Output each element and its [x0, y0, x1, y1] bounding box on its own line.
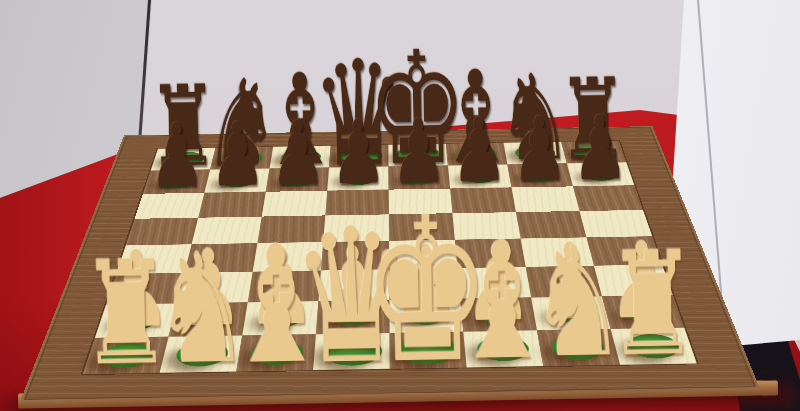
square-c6[interactable]	[262, 191, 327, 217]
square-c7[interactable]: ♟	[266, 168, 329, 192]
felt-pad	[161, 151, 205, 167]
piece-black-pawn[interactable]: ♟	[389, 107, 447, 196]
square-c4[interactable]	[253, 242, 323, 272]
square-f1[interactable]: ♝	[463, 330, 543, 367]
piece-black-bishop[interactable]: ♝	[258, 56, 341, 183]
square-g3[interactable]	[526, 266, 602, 298]
square-g5[interactable]	[516, 211, 587, 239]
square-b6[interactable]	[198, 192, 266, 218]
square-e8[interactable]: ♚	[388, 144, 448, 167]
piece-black-queen[interactable]: ♛	[311, 40, 407, 186]
square-g4[interactable]	[521, 237, 594, 267]
piece-white-bishop[interactable]: ♝	[448, 219, 555, 383]
piece-white-queen[interactable]: ♛	[290, 203, 413, 391]
square-e3[interactable]	[389, 268, 460, 300]
felt-pad	[280, 173, 315, 186]
piece-black-pawn[interactable]: ♟	[208, 110, 266, 199]
piece-black-pawn[interactable]: ♟	[329, 108, 387, 197]
piece-black-king[interactable]: ♚	[365, 30, 468, 187]
piece-black-pawn[interactable]: ♟	[147, 111, 205, 200]
board-grid: ♜♞♝♛♚♝♞♜♟♟♟♟♟♟♟♟♟♟♟♟♟♟♟♟♜♞♝♛♚♝♞♜	[83, 141, 697, 374]
square-b4[interactable]	[184, 243, 257, 273]
square-d7[interactable]: ♟	[327, 166, 388, 190]
square-h4[interactable]	[586, 236, 662, 265]
square-d2[interactable]: ♟	[316, 300, 390, 334]
piece-white-pawn[interactable]: ♟	[101, 236, 171, 342]
chess-board: ♜♞♝♛♚♝♞♜♟♟♟♟♟♟♟♟♟♟♟♟♟♟♟♟♜♞♝♛♚♝♞♜	[20, 126, 760, 401]
piece-black-pawn[interactable]: ♟	[268, 109, 326, 198]
felt-pad	[114, 311, 160, 330]
square-e6[interactable]	[389, 189, 453, 215]
square-a8[interactable]: ♜	[151, 148, 216, 171]
felt-pad	[336, 147, 383, 165]
square-d3[interactable]	[319, 269, 390, 301]
felt-pad	[173, 341, 229, 366]
piece-black-knight[interactable]: ♞	[202, 63, 281, 183]
square-h3[interactable]	[594, 264, 673, 296]
piece-black-bishop[interactable]: ♝	[434, 53, 517, 180]
felt-pad	[581, 168, 619, 181]
felt-pad	[280, 149, 322, 165]
square-f4[interactable]	[455, 239, 526, 269]
felt-pad	[158, 175, 195, 189]
felt-pad	[341, 172, 375, 185]
felt-pad	[322, 337, 382, 366]
square-a3[interactable]	[106, 273, 185, 305]
square-f8[interactable]: ♝	[446, 143, 507, 166]
square-d4[interactable]	[321, 241, 389, 271]
square-g6[interactable]	[512, 186, 580, 212]
piece-white-pawn[interactable]: ♟	[390, 231, 460, 337]
piece-white-rook[interactable]: ♜	[79, 241, 174, 385]
square-d8[interactable]: ♛	[329, 145, 388, 168]
felt-pad	[476, 336, 531, 361]
felt-pad	[398, 336, 458, 365]
felt-pad	[187, 310, 231, 329]
square-d5[interactable]	[323, 214, 389, 242]
piece-white-knight[interactable]: ♞	[150, 232, 251, 386]
square-b5[interactable]	[192, 217, 262, 245]
felt-pad	[395, 146, 442, 164]
square-h5[interactable]	[579, 210, 652, 237]
square-h6[interactable]	[573, 185, 643, 211]
board-perspective-wrapper: ♜♞♝♛♚♝♞♜♟♟♟♟♟♟♟♟♟♟♟♟♟♟♟♟♜♞♝♛♚♝♞♜	[0, 0, 800, 411]
square-a6[interactable]	[135, 193, 205, 219]
piece-black-pawn[interactable]: ♟	[570, 104, 628, 193]
square-g1[interactable]: ♞	[537, 329, 620, 366]
square-b2[interactable]: ♟	[169, 302, 248, 336]
felt-pad	[219, 174, 255, 188]
felt-pad	[620, 302, 666, 321]
square-f3[interactable]	[457, 267, 531, 299]
felt-pad	[548, 304, 592, 323]
square-e5[interactable]	[389, 213, 455, 241]
square-e2[interactable]: ♟	[389, 299, 463, 333]
piece-black-pawn[interactable]: ♟	[450, 106, 508, 195]
square-c3[interactable]	[248, 270, 321, 302]
square-e1[interactable]: ♚	[390, 332, 467, 369]
piece-white-pawn[interactable]: ♟	[246, 234, 316, 340]
felt-pad	[249, 340, 303, 365]
square-h2[interactable]: ♟	[602, 295, 684, 329]
piece-white-pawn[interactable]: ♟	[607, 227, 677, 333]
square-b8[interactable]: ♞	[210, 147, 273, 170]
piece-black-pawn[interactable]: ♟	[510, 105, 568, 194]
felt-pad	[550, 335, 607, 360]
square-h8[interactable]: ♜	[561, 141, 626, 164]
piece-white-knight[interactable]: ♞	[526, 225, 627, 379]
piece-white-pawn[interactable]: ♟	[173, 235, 243, 341]
piece-white-bishop[interactable]: ♝	[222, 223, 329, 387]
felt-pad	[455, 146, 497, 161]
square-g8[interactable]: ♞	[504, 142, 567, 165]
square-a1[interactable]: ♜	[83, 337, 169, 374]
square-c1[interactable]: ♝	[236, 334, 316, 371]
square-e4[interactable]	[389, 240, 457, 270]
square-f7[interactable]: ♟	[448, 164, 512, 188]
square-b3[interactable]	[177, 272, 253, 304]
square-c2[interactable]: ♟	[242, 301, 318, 335]
piece-black-rook[interactable]: ♜	[146, 70, 220, 182]
square-f6[interactable]	[450, 187, 516, 213]
square-e7[interactable]: ♟	[388, 165, 450, 189]
piece-white-king[interactable]: ♚	[360, 190, 492, 392]
felt-pad	[624, 333, 683, 358]
felt-pad	[97, 343, 156, 368]
square-b1[interactable]: ♞	[160, 336, 243, 373]
square-g2[interactable]: ♟	[531, 296, 611, 330]
square-d6[interactable]	[325, 190, 389, 216]
felt-pad	[333, 307, 374, 326]
photo-scene: ♜♞♝♛♚♝♞♜♟♟♟♟♟♟♟♟♟♟♟♟♟♟♟♟♜♞♝♛♚♝♞♜	[0, 0, 800, 411]
square-a2[interactable]: ♟	[95, 304, 177, 338]
felt-pad	[405, 306, 446, 325]
felt-pad	[522, 169, 558, 182]
square-a4[interactable]	[116, 244, 191, 274]
square-d1[interactable]: ♛	[313, 333, 390, 370]
felt-pad	[571, 144, 616, 159]
piece-white-pawn[interactable]: ♟	[462, 230, 532, 336]
piece-black-knight[interactable]: ♞	[495, 58, 574, 178]
square-h1[interactable]: ♜	[611, 328, 697, 365]
felt-pad	[402, 171, 436, 184]
felt-pad	[477, 305, 520, 324]
piece-white-pawn[interactable]: ♟	[318, 233, 388, 339]
piece-black-rook[interactable]: ♜	[556, 63, 630, 175]
square-c5[interactable]	[257, 215, 325, 243]
piece-white-rook[interactable]: ♜	[605, 232, 700, 376]
square-a7[interactable]: ♟	[143, 170, 210, 194]
felt-pad	[260, 309, 302, 328]
square-f2[interactable]: ♟	[460, 297, 537, 331]
square-b7[interactable]: ♟	[204, 169, 269, 193]
square-h7[interactable]: ♟	[567, 162, 635, 186]
square-f5[interactable]	[452, 212, 520, 240]
felt-pad	[462, 170, 497, 183]
felt-pad	[513, 145, 556, 160]
square-g7[interactable]: ♟	[507, 163, 573, 187]
square-a5[interactable]	[126, 218, 198, 246]
piece-white-pawn[interactable]: ♟	[535, 229, 605, 335]
felt-pad	[220, 150, 263, 166]
square-c8[interactable]: ♝	[270, 146, 331, 169]
